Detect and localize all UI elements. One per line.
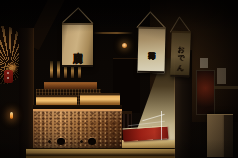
- tap-dot: [80, 140, 83, 143]
- storage-box: [207, 114, 233, 157]
- shelf-board: [44, 82, 97, 89]
- wall-card: [200, 58, 208, 68]
- sake-bottle: [57, 61, 60, 78]
- tap-hole-right: [88, 138, 96, 145]
- banner-rope: [136, 11, 151, 28]
- red-charm: [4, 70, 13, 83]
- candle-flame-icon: [10, 112, 13, 119]
- hanging-banner-right: おでん: [170, 31, 191, 78]
- charm-dot: [7, 72, 9, 74]
- left-wood-post: [19, 28, 34, 158]
- beam-highlight: [93, 32, 133, 34]
- banner-center-text: 稲荷寿し: [146, 45, 156, 56]
- charm-dot: [7, 77, 9, 79]
- banner-rope: [62, 7, 79, 23]
- wall-paper: [217, 68, 226, 84]
- copper-counter-front: [33, 109, 122, 151]
- counter-base-plank: [26, 148, 180, 158]
- sake-bottle: [50, 61, 53, 78]
- tap-dot: [48, 140, 51, 143]
- banner-rope: [78, 8, 93, 24]
- hanging-banner-center: 稲荷寿し: [137, 27, 165, 74]
- hanging-banner-left: 肉豆腐: [62, 23, 93, 67]
- wall-lamp-icon: [122, 43, 127, 48]
- wall-shelf: [214, 86, 238, 89]
- tap-hole-left: [57, 138, 65, 145]
- banner-left-text: 肉豆腐: [71, 44, 85, 47]
- wall-poster: [196, 70, 215, 115]
- banner-right-text: おでん: [175, 40, 186, 67]
- izakaya-photo: 肉豆腐 稲荷寿し おでん: [0, 0, 238, 158]
